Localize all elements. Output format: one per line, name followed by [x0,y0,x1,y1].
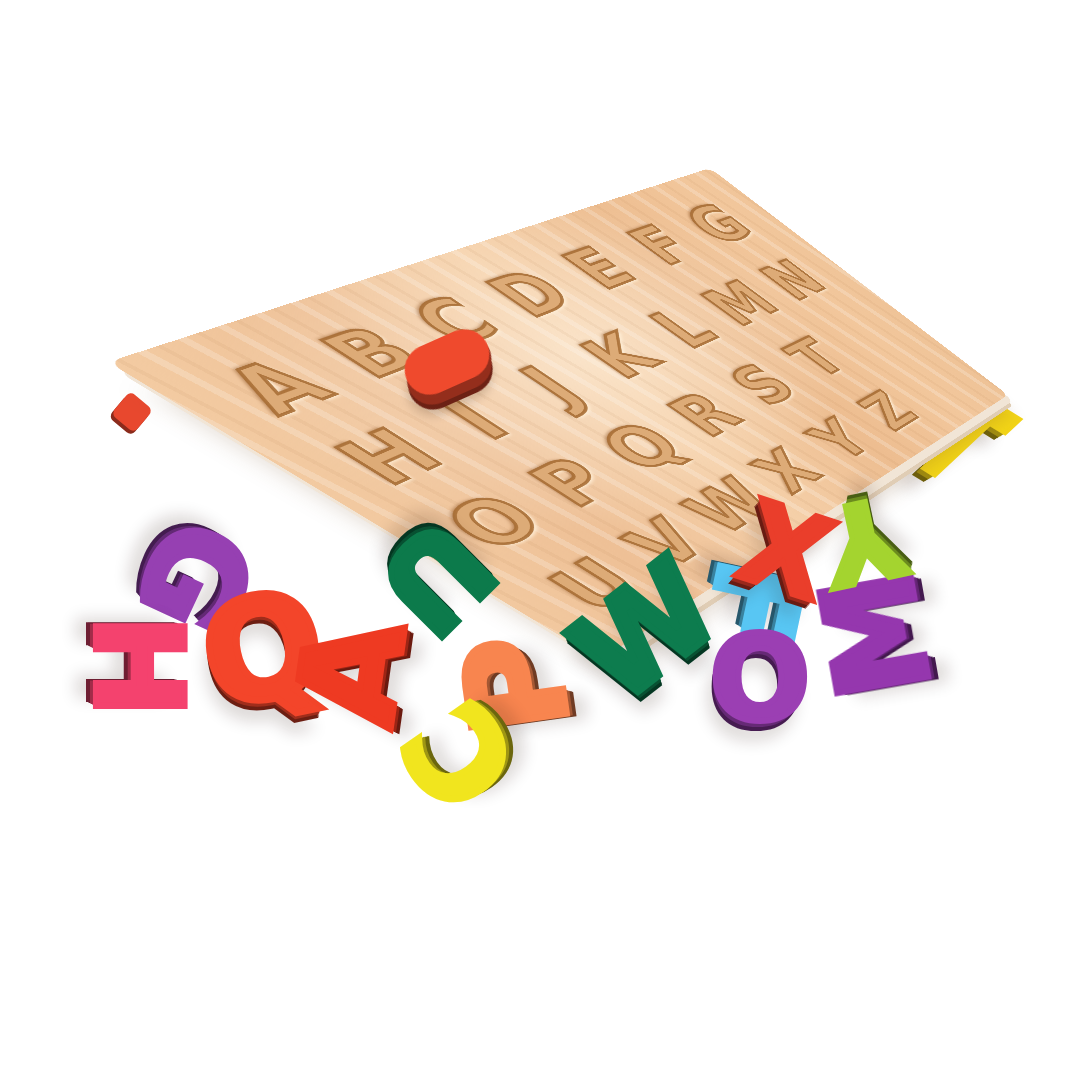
piece-letter-O: O [710,619,810,737]
piece-A[interactable]: A [278,611,425,732]
piece-letter-H: H [77,615,199,717]
scene: ABCDEFGHIJKLMNOPQRSTUVWXYZ GHQAPCWFOMXYU… [0,0,1080,1080]
piece-H[interactable]: H [77,615,199,717]
recess-letter-I: I [426,390,523,448]
piece-letter-A: A [278,611,425,732]
hidden-piece-edge-0 [111,391,153,433]
piece-O[interactable]: O [710,619,810,737]
